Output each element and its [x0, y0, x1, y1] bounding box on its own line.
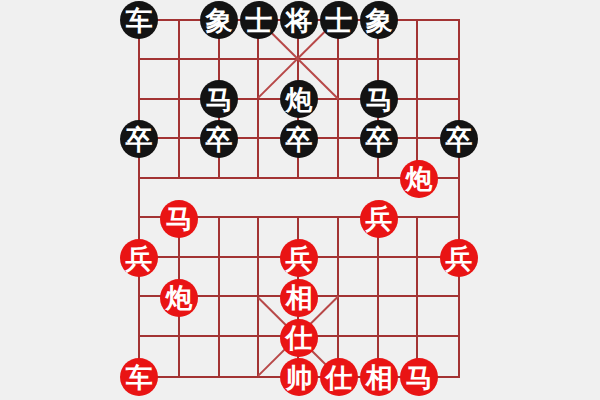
point-marker-corner [384, 263, 392, 271]
point-marker-corner [406, 104, 414, 112]
point-marker-corner [384, 245, 392, 253]
black-general[interactable]: 将 [280, 1, 318, 39]
point-marker-corner [166, 104, 174, 112]
black-horse[interactable]: 马 [200, 80, 238, 118]
red-soldier[interactable]: 兵 [440, 239, 478, 277]
point-marker-corner [424, 303, 432, 311]
black-advisor[interactable]: 士 [320, 1, 358, 39]
black-advisor[interactable]: 士 [240, 1, 278, 39]
red-elephant[interactable]: 相 [280, 279, 318, 317]
point-marker-corner [406, 86, 414, 94]
red-chariot[interactable]: 车 [120, 358, 158, 396]
red-advisor[interactable]: 仕 [280, 319, 318, 357]
board-overlay: 车象士将士象马炮马卒卒卒卒卒炮马兵兵兵兵炮相仕车帅仕相马 [0, 0, 600, 400]
point-marker-corner [224, 263, 232, 271]
black-soldier[interactable]: 卒 [440, 120, 478, 158]
red-cannon[interactable]: 炮 [160, 279, 198, 317]
red-cannon[interactable]: 炮 [400, 160, 438, 198]
point-marker-corner [406, 303, 414, 311]
point-marker-corner [224, 245, 232, 253]
point-marker-corner [206, 263, 214, 271]
black-chariot[interactable]: 车 [120, 1, 158, 39]
red-advisor[interactable]: 仕 [320, 358, 358, 396]
red-general[interactable]: 帅 [280, 358, 318, 396]
point-marker-corner [206, 245, 214, 253]
point-marker [206, 245, 232, 271]
black-cannon[interactable]: 炮 [280, 80, 318, 118]
point-marker-corner [166, 86, 174, 94]
point-marker-corner [184, 104, 192, 112]
point-marker-corner [424, 86, 432, 94]
point-marker [166, 86, 192, 112]
board-background: 车象士将士象马炮马卒卒卒卒卒炮马兵兵兵兵炮相仕车帅仕相马 [0, 0, 600, 400]
point-marker-corner [366, 245, 374, 253]
point-marker-corner [366, 263, 374, 271]
red-soldier[interactable]: 兵 [120, 239, 158, 277]
red-soldier[interactable]: 兵 [360, 200, 398, 238]
point-marker-corner [424, 285, 432, 293]
point-marker [366, 245, 392, 271]
red-horse[interactable]: 马 [400, 358, 438, 396]
black-elephant[interactable]: 象 [360, 1, 398, 39]
red-horse[interactable]: 马 [160, 200, 198, 238]
black-elephant[interactable]: 象 [200, 1, 238, 39]
red-soldier[interactable]: 兵 [280, 239, 318, 277]
point-marker-corner [424, 104, 432, 112]
point-marker [406, 285, 432, 311]
black-soldier[interactable]: 卒 [200, 120, 238, 158]
black-soldier[interactable]: 卒 [120, 120, 158, 158]
black-soldier[interactable]: 卒 [280, 120, 318, 158]
point-marker-corner [184, 86, 192, 94]
black-horse[interactable]: 马 [360, 80, 398, 118]
red-elephant[interactable]: 相 [360, 358, 398, 396]
point-marker-corner [406, 285, 414, 293]
black-soldier[interactable]: 卒 [360, 120, 398, 158]
point-marker [406, 86, 432, 112]
